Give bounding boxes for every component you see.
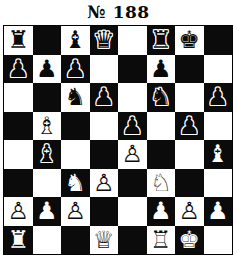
black-rook-a8: ♜ [7, 26, 29, 54]
black-rook-f8: ♜ [150, 26, 172, 54]
square-a5 [4, 112, 33, 141]
square-a7: ♟ [4, 55, 33, 84]
square-h6: ♟ [204, 83, 233, 112]
square-d8: ♛ [90, 26, 119, 55]
square-h2: ♟ [204, 197, 233, 226]
square-f3: ♘ [147, 169, 176, 198]
square-d3: ♙ [90, 169, 119, 198]
black-pawn-a7: ♟ [7, 55, 29, 83]
square-c2: ♙ [61, 197, 90, 226]
chess-board-grid: ♜♝♛♜♚♟♟♟♟♞♟♞♟♗♟♟♝♙♝♞♙♘♙♟♙♟♙♟♜♕♖♚ [4, 26, 232, 254]
square-h5 [204, 112, 233, 141]
square-h7 [204, 55, 233, 84]
puzzle-number-title: № 188 [0, 0, 237, 23]
black-pawn-g5: ♟ [178, 112, 200, 140]
black-pawn-e5: ♟ [121, 112, 143, 140]
white-pawn-h2: ♟ [207, 197, 229, 225]
white-knight-c3: ♞ [64, 169, 86, 197]
square-g3 [175, 169, 204, 198]
white-queen-d1: ♕ [93, 226, 115, 254]
square-f5 [147, 112, 176, 141]
square-f2: ♟ [147, 197, 176, 226]
square-b3 [33, 169, 62, 198]
square-b1 [33, 226, 62, 255]
square-e1 [118, 226, 147, 255]
white-pawn-c2: ♙ [64, 197, 86, 225]
square-f6: ♞ [147, 83, 176, 112]
square-d2 [90, 197, 119, 226]
square-h4: ♝ [204, 140, 233, 169]
square-d7 [90, 55, 119, 84]
white-pawn-d3: ♙ [93, 169, 115, 197]
black-knight-f6: ♞ [150, 83, 172, 111]
white-king-g1: ♚ [178, 226, 200, 254]
square-e3 [118, 169, 147, 198]
white-pawn-g2: ♙ [178, 197, 200, 225]
square-c7: ♟ [61, 55, 90, 84]
square-g2: ♙ [175, 197, 204, 226]
square-e8 [118, 26, 147, 55]
white-rook-f1: ♖ [150, 226, 172, 254]
square-h8 [204, 26, 233, 55]
square-d5 [90, 112, 119, 141]
black-bishop-c8: ♝ [64, 26, 86, 54]
white-knight-f3: ♘ [150, 169, 172, 197]
white-pawn-e4: ♙ [121, 140, 143, 168]
square-a6 [4, 83, 33, 112]
square-b6 [33, 83, 62, 112]
white-bishop-h4: ♝ [207, 140, 229, 168]
square-c5 [61, 112, 90, 141]
black-pawn-h6: ♟ [207, 83, 229, 111]
square-f4 [147, 140, 176, 169]
square-e7 [118, 55, 147, 84]
black-pawn-d6: ♟ [93, 83, 115, 111]
square-c1 [61, 226, 90, 255]
puzzle-page: № 188 ♜♝♛♜♚♟♟♟♟♞♟♞♟♗♟♟♝♙♝♞♙♘♙♟♙♟♙♟♜♕♖♚ [0, 0, 237, 261]
white-bishop-b5: ♗ [36, 112, 58, 140]
square-b5: ♗ [33, 112, 62, 141]
square-c8: ♝ [61, 26, 90, 55]
white-pawn-a2: ♙ [7, 197, 29, 225]
square-b4: ♝ [33, 140, 62, 169]
square-g5: ♟ [175, 112, 204, 141]
chess-board: ♜♝♛♜♚♟♟♟♟♞♟♞♟♗♟♟♝♙♝♞♙♘♙♟♙♟♙♟♜♕♖♚ [3, 25, 233, 255]
square-a8: ♜ [4, 26, 33, 55]
square-g8: ♚ [175, 26, 204, 55]
square-g6 [175, 83, 204, 112]
black-pawn-c7: ♟ [64, 55, 86, 83]
white-rook-a1: ♜ [7, 226, 29, 254]
square-h1 [204, 226, 233, 255]
square-a4 [4, 140, 33, 169]
black-knight-c6: ♞ [64, 83, 86, 111]
square-c6: ♞ [61, 83, 90, 112]
square-a2: ♙ [4, 197, 33, 226]
square-g4 [175, 140, 204, 169]
square-f7: ♟ [147, 55, 176, 84]
square-e6 [118, 83, 147, 112]
black-pawn-f7: ♟ [150, 55, 172, 83]
square-g1: ♚ [175, 226, 204, 255]
square-d4 [90, 140, 119, 169]
square-c4 [61, 140, 90, 169]
white-pawn-f2: ♟ [150, 197, 172, 225]
square-d6: ♟ [90, 83, 119, 112]
square-f8: ♜ [147, 26, 176, 55]
square-h3 [204, 169, 233, 198]
square-b2: ♟ [33, 197, 62, 226]
square-d1: ♕ [90, 226, 119, 255]
square-a3 [4, 169, 33, 198]
square-e2 [118, 197, 147, 226]
black-pawn-b7: ♟ [36, 55, 58, 83]
square-b8 [33, 26, 62, 55]
square-e5: ♟ [118, 112, 147, 141]
square-g7 [175, 55, 204, 84]
square-b7: ♟ [33, 55, 62, 84]
black-queen-d8: ♛ [93, 26, 115, 54]
square-a1: ♜ [4, 226, 33, 255]
black-bishop-b4: ♝ [36, 140, 58, 168]
white-pawn-b2: ♟ [36, 197, 58, 225]
black-king-g8: ♚ [178, 26, 200, 54]
square-f1: ♖ [147, 226, 176, 255]
square-e4: ♙ [118, 140, 147, 169]
square-c3: ♞ [61, 169, 90, 198]
